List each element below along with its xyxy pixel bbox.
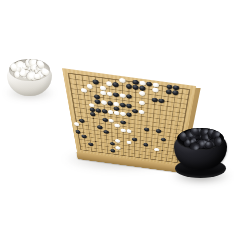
stone-white <box>120 128 125 132</box>
stone-black <box>156 129 162 133</box>
stone-black <box>97 125 103 129</box>
stone-black <box>126 103 132 108</box>
stone-white <box>126 129 131 133</box>
stone-black <box>95 99 101 104</box>
bowl-stone-white <box>14 71 20 79</box>
stone-black <box>110 149 115 153</box>
stone-black <box>132 109 138 114</box>
stone-white <box>114 123 119 127</box>
stone-black <box>90 112 96 117</box>
stone-white <box>101 100 107 105</box>
stone-black <box>95 108 101 113</box>
stone-white <box>139 91 145 96</box>
stone-black <box>107 101 113 106</box>
stone-white <box>114 111 120 116</box>
stone-black <box>120 103 126 108</box>
black-stone-bowl <box>174 128 227 178</box>
go-set-photo <box>0 0 250 250</box>
stone-black <box>132 137 137 141</box>
stone-white <box>120 112 126 117</box>
stone-black <box>126 84 132 89</box>
stone-black <box>143 143 148 147</box>
white-bowl-stones <box>9 59 50 81</box>
black-bowl-stones <box>177 128 224 150</box>
stone-black <box>126 112 132 117</box>
stone-black <box>113 82 119 87</box>
stone-white <box>126 140 131 144</box>
stone-white <box>116 146 121 150</box>
bowl-stone-black <box>189 142 200 150</box>
stone-white <box>115 139 120 143</box>
stone-white <box>139 100 145 105</box>
stone-black <box>81 134 87 138</box>
white-stone-bowl <box>7 59 52 96</box>
stone-black <box>133 85 139 90</box>
